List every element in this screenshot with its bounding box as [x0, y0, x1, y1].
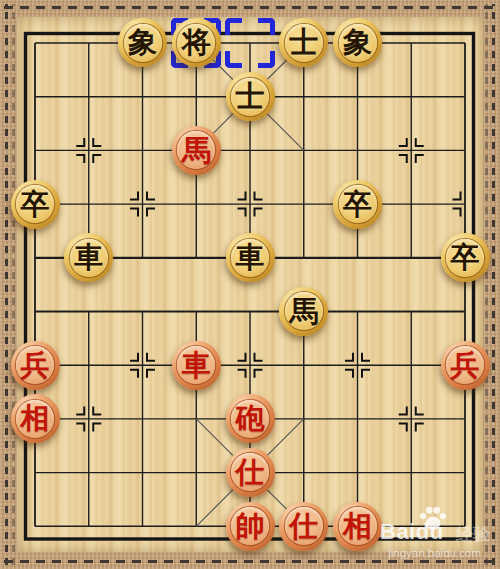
- piece-black-象[interactable]: 象: [333, 18, 382, 67]
- xiangqi-board[interactable]: 象将士象士馬卒卒車車卒馬兵車兵相砲仕帥仕相: [8, 16, 492, 553]
- piece-black-卒[interactable]: 卒: [441, 233, 490, 282]
- piece-red-相[interactable]: 相: [333, 502, 382, 551]
- piece-black-士[interactable]: 士: [279, 18, 328, 67]
- piece-black-卒[interactable]: 卒: [333, 180, 382, 229]
- piece-black-卒[interactable]: 卒: [11, 180, 60, 229]
- piece-red-兵[interactable]: 兵: [11, 341, 60, 390]
- piece-black-車[interactable]: 車: [64, 233, 113, 282]
- piece-black-士[interactable]: 士: [226, 72, 275, 121]
- piece-red-砲[interactable]: 砲: [226, 394, 275, 443]
- piece-red-相[interactable]: 相: [11, 394, 60, 443]
- piece-red-帥[interactable]: 帥: [226, 502, 275, 551]
- piece-red-兵[interactable]: 兵: [441, 341, 490, 390]
- piece-red-車[interactable]: 車: [172, 341, 221, 390]
- piece-red-馬[interactable]: 馬: [172, 126, 221, 175]
- piece-black-馬[interactable]: 馬: [279, 287, 328, 336]
- last-move-marker: [225, 18, 275, 68]
- piece-red-仕[interactable]: 仕: [226, 448, 275, 497]
- piece-black-象[interactable]: 象: [118, 18, 167, 67]
- piece-black-将[interactable]: 将: [172, 18, 221, 67]
- piece-black-車[interactable]: 車: [226, 233, 275, 282]
- piece-red-仕[interactable]: 仕: [279, 502, 328, 551]
- xiangqi-app: 象将士象士馬卒卒車車卒馬兵車兵相砲仕帥仕相 Baidu 经验 jingyan.b…: [0, 0, 500, 569]
